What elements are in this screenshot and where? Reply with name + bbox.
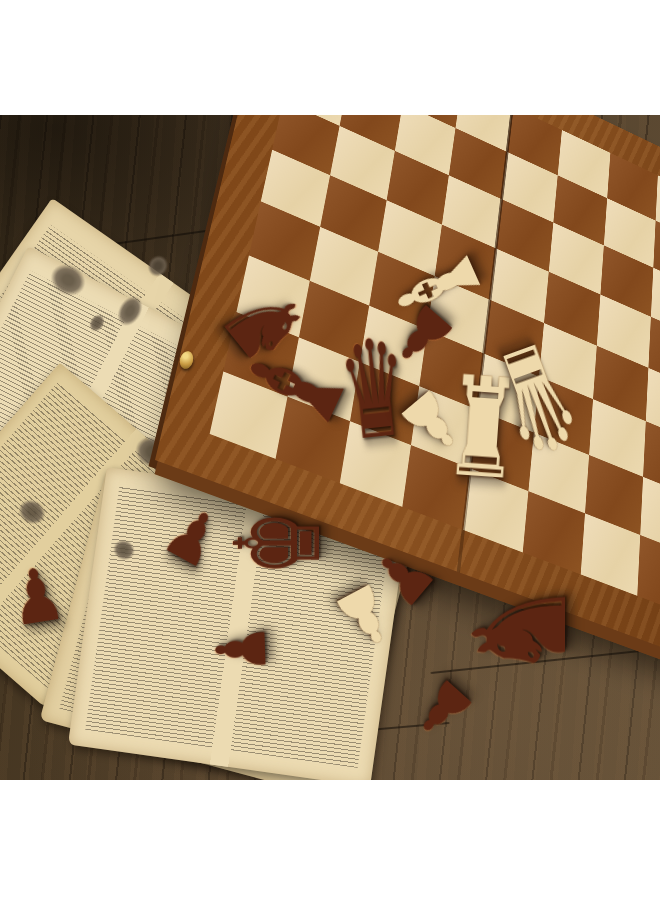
dark-pawn-on-paper-2: ♟ xyxy=(5,555,69,636)
product-image: ♞♝♟♛♚♞♟♟♟♟♟♝♜♛♟♟ xyxy=(0,0,660,900)
dark-pawn-on-paper-3: ♟ xyxy=(207,623,277,674)
dark-king-on-paper: ♚ xyxy=(219,510,337,576)
board-square xyxy=(637,535,660,617)
bottom-white-margin xyxy=(0,780,660,900)
wooden-table-surface: ♞♝♟♛♚♞♟♟♟♟♟♝♜♛♟♟ xyxy=(0,115,660,780)
top-white-margin xyxy=(0,0,660,115)
dark-knight-on-table: ♞ xyxy=(457,578,585,681)
